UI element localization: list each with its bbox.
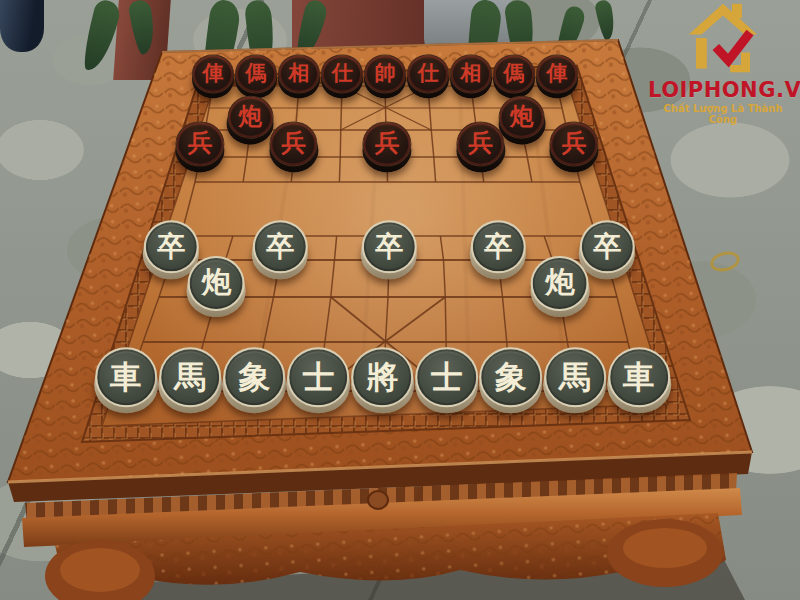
brand-name: LOIPHONG.VN [648, 78, 798, 102]
piece-glyph: 將 [367, 361, 399, 393]
piece-glyph: 傌 [504, 63, 525, 84]
piece-face: 傌 [493, 54, 534, 93]
piece-glyph: 馬 [174, 361, 206, 393]
piece-face: 士 [415, 347, 477, 407]
piece-glyph: 士 [302, 361, 334, 393]
piece-face: 兵 [550, 121, 598, 166]
piece-face: 卒 [361, 220, 416, 273]
piece-face: 士 [287, 347, 349, 407]
piece-black-cannon[interactable]: 炮 [187, 256, 246, 317]
piece-red-elephant[interactable]: 相 [450, 54, 492, 98]
piece-face: 仕 [321, 54, 362, 93]
piece-face: 馬 [159, 347, 221, 407]
piece-face: 帥 [364, 54, 405, 93]
piece-face: 兵 [269, 121, 317, 166]
piece-glyph: 卒 [266, 232, 294, 260]
piece-black-chariot[interactable]: 車 [607, 347, 671, 413]
piece-face: 俥 [536, 54, 577, 93]
piece-glyph: 卒 [593, 232, 621, 260]
piece-red-advisor[interactable]: 仕 [321, 54, 363, 98]
piece-red-soldier[interactable]: 兵 [456, 121, 505, 172]
brand-tagline: Chất Lượng Là Thành Công [648, 103, 798, 125]
piece-face: 俥 [192, 54, 233, 93]
piece-black-elephant[interactable]: 象 [222, 347, 286, 413]
piece-face: 車 [95, 347, 157, 407]
piece-glyph: 車 [110, 361, 142, 393]
piece-red-general[interactable]: 帥 [364, 54, 406, 98]
piece-glyph: 象 [238, 361, 270, 393]
piece-face: 象 [223, 347, 285, 407]
brand-logo: LOIPHONG.VN Chất Lượng Là Thành Công [648, 2, 798, 125]
piece-black-horse[interactable]: 馬 [543, 347, 607, 413]
piece-glyph: 仕 [332, 63, 353, 84]
photo-scene: 俥傌相仕帥仕相傌俥炮炮兵兵兵兵兵卒卒卒卒卒炮炮車馬象士將士象馬車 LOIPHON… [0, 0, 800, 600]
piece-glyph: 相 [289, 63, 310, 84]
piece-red-soldier[interactable]: 兵 [269, 121, 318, 172]
piece-glyph: 傌 [246, 63, 267, 84]
piece-red-cannon[interactable]: 炮 [498, 96, 545, 145]
piece-face: 象 [480, 347, 542, 407]
piece-face: 炮 [499, 96, 545, 139]
piece-red-chariot[interactable]: 俥 [536, 54, 578, 98]
piece-glyph: 卒 [157, 232, 185, 260]
piece-red-soldier[interactable]: 兵 [549, 121, 598, 172]
piece-red-chariot[interactable]: 俥 [192, 54, 234, 98]
piece-glyph: 仕 [418, 63, 439, 84]
piece-red-horse[interactable]: 傌 [235, 54, 277, 98]
piece-glyph: 士 [431, 361, 463, 393]
piece-glyph: 車 [623, 361, 655, 393]
piece-black-advisor[interactable]: 士 [415, 347, 479, 413]
piece-face: 車 [608, 347, 670, 407]
piece-glyph: 象 [495, 361, 527, 393]
piece-face: 炮 [531, 256, 589, 311]
piece-red-soldier[interactable]: 兵 [362, 121, 411, 172]
piece-glyph: 炮 [202, 268, 231, 297]
piece-glyph: 兵 [188, 131, 213, 156]
piece-black-horse[interactable]: 馬 [158, 347, 222, 413]
piece-face: 馬 [544, 347, 606, 407]
piece-black-chariot[interactable]: 車 [94, 347, 158, 413]
piece-face: 相 [278, 54, 319, 93]
house-check-icon [677, 2, 769, 74]
piece-face: 卒 [252, 220, 307, 273]
piece-glyph: 俥 [203, 63, 224, 84]
piece-glyph: 兵 [375, 131, 400, 156]
piece-face: 將 [351, 347, 413, 407]
piece-red-horse[interactable]: 傌 [493, 54, 535, 98]
piece-red-elephant[interactable]: 相 [278, 54, 320, 98]
piece-glyph: 馬 [559, 361, 591, 393]
piece-face: 相 [450, 54, 491, 93]
piece-black-general[interactable]: 將 [351, 347, 415, 413]
piece-glyph: 相 [461, 63, 482, 84]
piece-black-cannon[interactable]: 炮 [530, 256, 589, 317]
piece-glyph: 俥 [547, 63, 568, 84]
piece-black-advisor[interactable]: 士 [287, 347, 351, 413]
piece-black-soldier[interactable]: 卒 [361, 220, 417, 279]
piece-red-cannon[interactable]: 炮 [227, 96, 274, 145]
piece-face: 卒 [470, 220, 525, 273]
piece-red-advisor[interactable]: 仕 [407, 54, 449, 98]
piece-glyph: 帥 [375, 63, 396, 84]
piece-glyph: 兵 [281, 131, 306, 156]
piece-black-elephant[interactable]: 象 [479, 347, 543, 413]
piece-face: 炮 [227, 96, 273, 139]
piece-black-soldier[interactable]: 卒 [252, 220, 308, 279]
piece-red-soldier[interactable]: 兵 [175, 121, 224, 172]
piece-face: 傌 [235, 54, 276, 93]
piece-glyph: 卒 [484, 232, 512, 260]
piece-face: 兵 [456, 121, 504, 166]
piece-glyph: 卒 [375, 232, 403, 260]
piece-glyph: 炮 [510, 105, 533, 128]
piece-face: 兵 [176, 121, 224, 166]
piece-black-soldier[interactable]: 卒 [470, 220, 526, 279]
piece-glyph: 炮 [545, 268, 574, 297]
piece-face: 仕 [407, 54, 448, 93]
piece-glyph: 兵 [468, 131, 493, 156]
piece-face: 兵 [363, 121, 411, 166]
piece-glyph: 炮 [239, 105, 262, 128]
piece-face: 炮 [187, 256, 245, 311]
piece-glyph: 兵 [562, 131, 587, 156]
